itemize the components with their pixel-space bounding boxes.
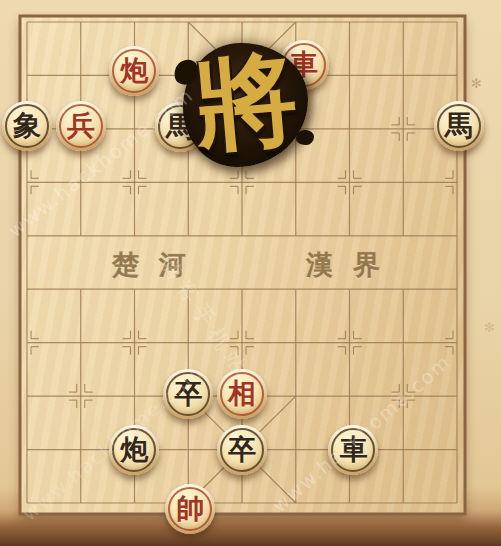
piece-ring	[437, 104, 481, 148]
piece-ring	[220, 428, 264, 472]
piece-卒-black[interactable]: 卒	[217, 425, 267, 475]
piece-ring	[112, 49, 156, 93]
piece-兵-red[interactable]: 兵	[56, 101, 106, 151]
river-label-chu: 楚河	[112, 247, 206, 283]
piece-相-red[interactable]: 相	[217, 369, 267, 419]
river-label-han: 漢界	[306, 247, 400, 283]
game-screen: 楚河 漢界 炮 將 車 象 兵 馬 馬 卒 相 炮 卒 車 帥	[0, 0, 501, 546]
piece-炮-black[interactable]: 炮	[109, 425, 159, 475]
piece-帥-red[interactable]: 帥	[165, 484, 215, 534]
piece-ring	[331, 428, 375, 472]
piece-ring	[166, 372, 210, 416]
piece-車-black[interactable]: 車	[328, 425, 378, 475]
check-announcement-splash: 將	[183, 43, 308, 167]
piece-卒-black[interactable]: 卒	[163, 369, 213, 419]
piece-炮-red[interactable]: 炮	[109, 46, 159, 96]
piece-ring	[168, 487, 212, 531]
piece-馬-black[interactable]: 馬	[434, 101, 484, 151]
piece-ring	[220, 372, 264, 416]
piece-ring	[112, 428, 156, 472]
piece-ring	[5, 104, 49, 148]
check-character: 將	[190, 46, 301, 157]
piece-ring	[59, 104, 103, 148]
piece-象-black[interactable]: 象	[2, 101, 52, 151]
